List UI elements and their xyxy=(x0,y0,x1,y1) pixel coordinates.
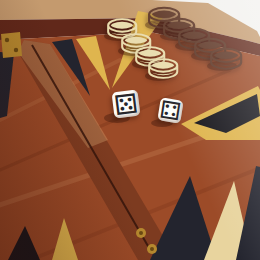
die-1[interactable]: ⚄ xyxy=(112,90,141,119)
hinge-icon xyxy=(1,32,22,58)
checker-cream[interactable]: ⛂ xyxy=(146,49,180,83)
die-2[interactable]: ⚃ xyxy=(157,97,183,123)
checker-glyph: ⛂ xyxy=(208,36,244,76)
checker-glyph: ⛂ xyxy=(146,47,180,85)
backgammon-board: ⛂ ⛂ ⛂ ⛂ ⛂ ⛂ ⛂ ⛂ ⛂ ⚄ ⚃ xyxy=(0,0,260,260)
checker-brown[interactable]: ⛂ xyxy=(208,38,244,74)
